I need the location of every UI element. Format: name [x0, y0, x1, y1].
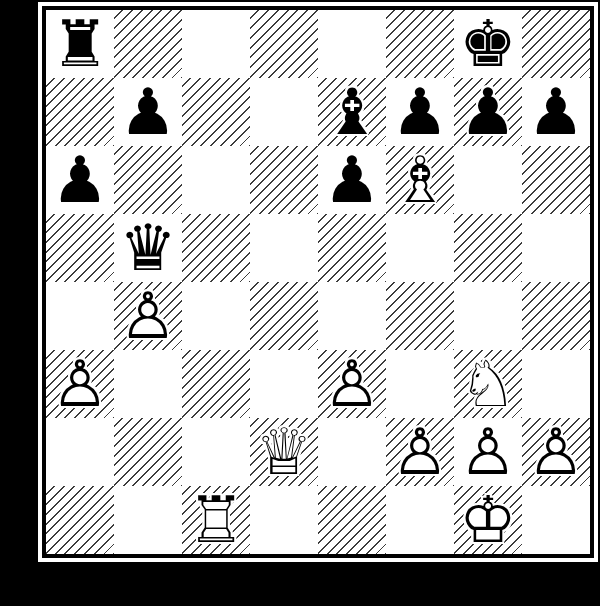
- black-king-g8: ♚: [454, 10, 522, 78]
- square-d6[interactable]: [250, 146, 318, 214]
- square-e5[interactable]: [318, 214, 386, 282]
- square-c2[interactable]: [182, 418, 250, 486]
- square-f4[interactable]: [386, 282, 454, 350]
- square-h4[interactable]: [522, 282, 590, 350]
- square-c7[interactable]: [182, 78, 250, 146]
- white-rook-c1: ♖: [182, 486, 250, 554]
- black-bishop-e7: ♝: [318, 78, 386, 146]
- square-c4[interactable]: [182, 282, 250, 350]
- square-b4[interactable]: ♟♙: [114, 282, 182, 350]
- black-pawn-b7: ♟: [114, 78, 182, 146]
- piece-halo: ♟: [318, 350, 386, 418]
- piece-halo: ♝: [386, 146, 454, 214]
- white-pawn-b4: ♙: [114, 282, 182, 350]
- black-queen-b5: ♛: [114, 214, 182, 282]
- square-h7[interactable]: ♟♟: [522, 78, 590, 146]
- square-g7[interactable]: ♟♟: [454, 78, 522, 146]
- chess-board: ♜♜♚♚♟♟♝♝♟♟♟♟♟♟♟♟♟♟♝♗♛♛♟♙♟♙♟♙♞♘♛♕♟♙♟♙♟♙♜♖…: [46, 10, 590, 554]
- piece-halo: ♚: [454, 486, 522, 554]
- piece-halo: ♞: [454, 350, 522, 418]
- piece-halo: ♚: [454, 10, 522, 78]
- black-pawn-f7: ♟: [386, 78, 454, 146]
- square-f1[interactable]: [386, 486, 454, 554]
- square-g3[interactable]: ♞♘: [454, 350, 522, 418]
- piece-halo: ♟: [114, 282, 182, 350]
- white-bishop-f6: ♗: [386, 146, 454, 214]
- piece-halo: ♟: [386, 418, 454, 486]
- white-queen-d2: ♕: [250, 418, 318, 486]
- square-d4[interactable]: [250, 282, 318, 350]
- square-f3[interactable]: [386, 350, 454, 418]
- square-d1[interactable]: [250, 486, 318, 554]
- square-d8[interactable]: [250, 10, 318, 78]
- square-e4[interactable]: [318, 282, 386, 350]
- square-g8[interactable]: ♚♚: [454, 10, 522, 78]
- piece-halo: ♟: [46, 350, 114, 418]
- square-g1[interactable]: ♚♔: [454, 486, 522, 554]
- white-pawn-f2: ♙: [386, 418, 454, 486]
- piece-halo: ♟: [454, 418, 522, 486]
- piece-halo: ♝: [318, 78, 386, 146]
- square-f6[interactable]: ♝♗: [386, 146, 454, 214]
- square-b3[interactable]: [114, 350, 182, 418]
- piece-halo: ♟: [46, 146, 114, 214]
- square-e2[interactable]: [318, 418, 386, 486]
- square-a7[interactable]: [46, 78, 114, 146]
- black-pawn-g7: ♟: [454, 78, 522, 146]
- square-a8[interactable]: ♜♜: [46, 10, 114, 78]
- piece-halo: ♜: [46, 10, 114, 78]
- white-knight-g3: ♘: [454, 350, 522, 418]
- square-g6[interactable]: [454, 146, 522, 214]
- square-f8[interactable]: [386, 10, 454, 78]
- square-b1[interactable]: [114, 486, 182, 554]
- piece-halo: ♟: [454, 78, 522, 146]
- square-b8[interactable]: [114, 10, 182, 78]
- square-c1[interactable]: ♜♖: [182, 486, 250, 554]
- black-rook-a8: ♜: [46, 10, 114, 78]
- square-e7[interactable]: ♝♝: [318, 78, 386, 146]
- square-b6[interactable]: [114, 146, 182, 214]
- square-f7[interactable]: ♟♟: [386, 78, 454, 146]
- square-a2[interactable]: [46, 418, 114, 486]
- black-pawn-e6: ♟: [318, 146, 386, 214]
- square-e6[interactable]: ♟♟: [318, 146, 386, 214]
- square-c8[interactable]: [182, 10, 250, 78]
- square-d7[interactable]: [250, 78, 318, 146]
- piece-halo: ♟: [318, 146, 386, 214]
- square-d2[interactable]: ♛♕: [250, 418, 318, 486]
- square-d5[interactable]: [250, 214, 318, 282]
- white-pawn-h2: ♙: [522, 418, 590, 486]
- piece-halo: ♜: [182, 486, 250, 554]
- square-e3[interactable]: ♟♙: [318, 350, 386, 418]
- board-plate: ♜♜♚♚♟♟♝♝♟♟♟♟♟♟♟♟♟♟♝♗♛♛♟♙♟♙♟♙♞♘♛♕♟♙♟♙♟♙♜♖…: [38, 2, 598, 562]
- square-h3[interactable]: [522, 350, 590, 418]
- piece-halo: ♟: [522, 418, 590, 486]
- piece-halo: ♟: [522, 78, 590, 146]
- square-a1[interactable]: [46, 486, 114, 554]
- square-d3[interactable]: [250, 350, 318, 418]
- piece-halo: ♛: [250, 418, 318, 486]
- white-pawn-a3: ♙: [46, 350, 114, 418]
- white-king-g1: ♔: [454, 486, 522, 554]
- square-h6[interactable]: [522, 146, 590, 214]
- square-b7[interactable]: ♟♟: [114, 78, 182, 146]
- square-c5[interactable]: [182, 214, 250, 282]
- black-pawn-h7: ♟: [522, 78, 590, 146]
- square-g2[interactable]: ♟♙: [454, 418, 522, 486]
- square-b2[interactable]: [114, 418, 182, 486]
- square-c3[interactable]: [182, 350, 250, 418]
- square-h2[interactable]: ♟♙: [522, 418, 590, 486]
- piece-halo: ♟: [386, 78, 454, 146]
- square-c6[interactable]: [182, 146, 250, 214]
- square-h8[interactable]: [522, 10, 590, 78]
- square-g5[interactable]: [454, 214, 522, 282]
- square-f5[interactable]: [386, 214, 454, 282]
- square-e1[interactable]: [318, 486, 386, 554]
- square-a3[interactable]: ♟♙: [46, 350, 114, 418]
- white-pawn-g2: ♙: [454, 418, 522, 486]
- square-b5[interactable]: ♛♛: [114, 214, 182, 282]
- square-g4[interactable]: [454, 282, 522, 350]
- square-f2[interactable]: ♟♙: [386, 418, 454, 486]
- square-a5[interactable]: [46, 214, 114, 282]
- page-background: ♜♜♚♚♟♟♝♝♟♟♟♟♟♟♟♟♟♟♝♗♛♛♟♙♟♙♟♙♞♘♛♕♟♙♟♙♟♙♜♖…: [0, 0, 600, 606]
- white-pawn-e3: ♙: [318, 350, 386, 418]
- square-h5[interactable]: [522, 214, 590, 282]
- square-a4[interactable]: [46, 282, 114, 350]
- piece-halo: ♟: [114, 78, 182, 146]
- square-a6[interactable]: ♟♟: [46, 146, 114, 214]
- black-pawn-a6: ♟: [46, 146, 114, 214]
- square-e8[interactable]: [318, 10, 386, 78]
- piece-halo: ♛: [114, 214, 182, 282]
- square-h1[interactable]: [522, 486, 590, 554]
